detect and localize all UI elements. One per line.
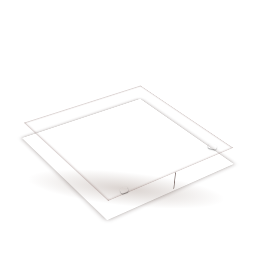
chess-board: [24, 86, 234, 202]
product-photo: [0, 0, 254, 254]
scene-tilt: [0, 0, 254, 254]
